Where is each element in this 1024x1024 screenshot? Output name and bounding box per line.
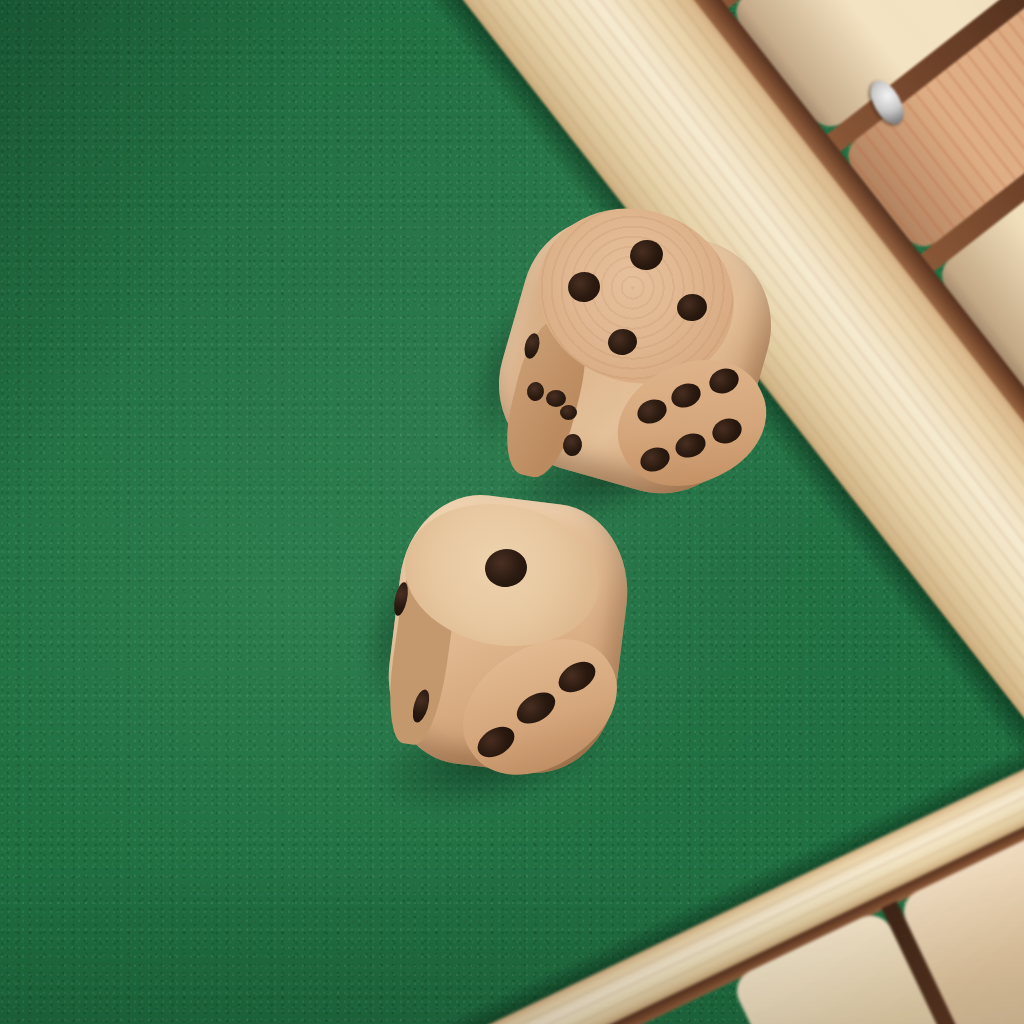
upper-die-left-pip (560, 405, 577, 420)
game-photo-scene (0, 0, 1024, 1024)
upper-die-left-pip (546, 390, 566, 407)
